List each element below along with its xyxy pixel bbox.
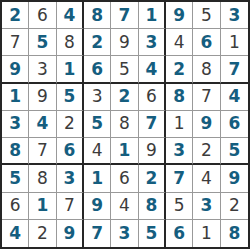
sudoku-cell-r6c1[interactable]: 8 — [2, 138, 29, 165]
sudoku-cell-r4c6[interactable]: 6 — [139, 84, 166, 111]
sudoku-cell-r3c3[interactable]: 1 — [57, 56, 84, 83]
sudoku-cell-r1c7[interactable]: 9 — [166, 2, 193, 29]
sudoku-cell-r7c9[interactable]: 9 — [221, 165, 248, 192]
sudoku-cell-r4c9[interactable]: 4 — [221, 84, 248, 111]
sudoku-cell-r4c2[interactable]: 9 — [29, 84, 56, 111]
sudoku-cell-r9c7[interactable]: 6 — [166, 220, 193, 247]
sudoku-cell-r7c2[interactable]: 8 — [29, 165, 56, 192]
sudoku-cell-r1c5[interactable]: 7 — [111, 2, 138, 29]
sudoku-cell-r5c6[interactable]: 7 — [139, 111, 166, 138]
sudoku-cell-r8c3[interactable]: 7 — [57, 193, 84, 220]
sudoku-cell-r7c3[interactable]: 3 — [57, 165, 84, 192]
sudoku-cell-r9c5[interactable]: 3 — [111, 220, 138, 247]
sudoku-cell-r8c9[interactable]: 2 — [221, 193, 248, 220]
sudoku-cell-r4c1[interactable]: 1 — [2, 84, 29, 111]
sudoku-cell-r1c3[interactable]: 4 — [57, 2, 84, 29]
sudoku-cell-r6c2[interactable]: 7 — [29, 138, 56, 165]
sudoku-cell-r3c6[interactable]: 4 — [139, 56, 166, 83]
sudoku-cell-r6c6[interactable]: 9 — [139, 138, 166, 165]
sudoku-cell-r9c3[interactable]: 9 — [57, 220, 84, 247]
sudoku-cell-r1c1[interactable]: 2 — [2, 2, 29, 29]
sudoku-cell-r5c2[interactable]: 4 — [29, 111, 56, 138]
sudoku-cell-r7c5[interactable]: 6 — [111, 165, 138, 192]
sudoku-cell-r8c1[interactable]: 6 — [2, 193, 29, 220]
sudoku-cell-r4c3[interactable]: 5 — [57, 84, 84, 111]
sudoku-cell-r8c5[interactable]: 4 — [111, 193, 138, 220]
sudoku-cell-r2c8[interactable]: 6 — [193, 29, 220, 56]
sudoku-cell-r4c7[interactable]: 8 — [166, 84, 193, 111]
sudoku-cell-r3c5[interactable]: 5 — [111, 56, 138, 83]
sudoku-cell-r8c4[interactable]: 9 — [84, 193, 111, 220]
sudoku-cell-r2c4[interactable]: 2 — [84, 29, 111, 56]
sudoku-cell-r2c7[interactable]: 4 — [166, 29, 193, 56]
sudoku-cell-r1c6[interactable]: 1 — [139, 2, 166, 29]
sudoku-cell-r2c9[interactable]: 1 — [221, 29, 248, 56]
sudoku-cell-r2c3[interactable]: 8 — [57, 29, 84, 56]
sudoku-cell-r7c4[interactable]: 1 — [84, 165, 111, 192]
sudoku-cell-r3c7[interactable]: 2 — [166, 56, 193, 83]
sudoku-cell-r5c7[interactable]: 1 — [166, 111, 193, 138]
sudoku-cell-r2c6[interactable]: 3 — [139, 29, 166, 56]
sudoku-cell-r7c1[interactable]: 5 — [2, 165, 29, 192]
sudoku-cell-r4c4[interactable]: 3 — [84, 84, 111, 111]
sudoku-cell-r8c8[interactable]: 3 — [193, 193, 220, 220]
sudoku-cell-r9c2[interactable]: 2 — [29, 220, 56, 247]
sudoku-cell-r3c8[interactable]: 8 — [193, 56, 220, 83]
sudoku-cell-r1c9[interactable]: 3 — [221, 2, 248, 29]
sudoku-cell-r9c1[interactable]: 4 — [2, 220, 29, 247]
sudoku-cell-r6c9[interactable]: 5 — [221, 138, 248, 165]
sudoku-cell-r1c2[interactable]: 6 — [29, 2, 56, 29]
sudoku-cell-r6c4[interactable]: 4 — [84, 138, 111, 165]
sudoku-cell-r9c9[interactable]: 8 — [221, 220, 248, 247]
sudoku-cell-r2c5[interactable]: 9 — [111, 29, 138, 56]
sudoku-cell-r7c7[interactable]: 7 — [166, 165, 193, 192]
sudoku-cell-r6c5[interactable]: 1 — [111, 138, 138, 165]
sudoku-cell-r7c6[interactable]: 2 — [139, 165, 166, 192]
sudoku-cell-r4c8[interactable]: 7 — [193, 84, 220, 111]
sudoku-cell-r2c1[interactable]: 7 — [2, 29, 29, 56]
sudoku-cell-r1c8[interactable]: 5 — [193, 2, 220, 29]
sudoku-cell-r6c8[interactable]: 2 — [193, 138, 220, 165]
sudoku-cell-r3c9[interactable]: 7 — [221, 56, 248, 83]
sudoku-cell-r9c6[interactable]: 5 — [139, 220, 166, 247]
sudoku-cell-r4c5[interactable]: 2 — [111, 84, 138, 111]
sudoku-cell-r8c2[interactable]: 1 — [29, 193, 56, 220]
sudoku-cell-r9c8[interactable]: 1 — [193, 220, 220, 247]
sudoku-cell-r7c8[interactable]: 4 — [193, 165, 220, 192]
sudoku-cell-r5c1[interactable]: 3 — [2, 111, 29, 138]
sudoku-cell-r9c4[interactable]: 7 — [84, 220, 111, 247]
sudoku-board: 2648719537582934619316542871953268743425… — [0, 0, 250, 249]
sudoku-cell-r8c6[interactable]: 8 — [139, 193, 166, 220]
sudoku-cell-r5c8[interactable]: 9 — [193, 111, 220, 138]
sudoku-cell-r3c4[interactable]: 6 — [84, 56, 111, 83]
sudoku-cell-r2c2[interactable]: 5 — [29, 29, 56, 56]
sudoku-cell-r5c5[interactable]: 8 — [111, 111, 138, 138]
sudoku-cell-r6c3[interactable]: 6 — [57, 138, 84, 165]
sudoku-cell-r5c9[interactable]: 6 — [221, 111, 248, 138]
sudoku-cell-r8c7[interactable]: 5 — [166, 193, 193, 220]
sudoku-cell-r3c2[interactable]: 3 — [29, 56, 56, 83]
sudoku-cell-r1c4[interactable]: 8 — [84, 2, 111, 29]
sudoku-cell-r5c3[interactable]: 2 — [57, 111, 84, 138]
sudoku-cell-r3c1[interactable]: 9 — [2, 56, 29, 83]
sudoku-cell-r6c7[interactable]: 3 — [166, 138, 193, 165]
sudoku-cell-r5c4[interactable]: 5 — [84, 111, 111, 138]
